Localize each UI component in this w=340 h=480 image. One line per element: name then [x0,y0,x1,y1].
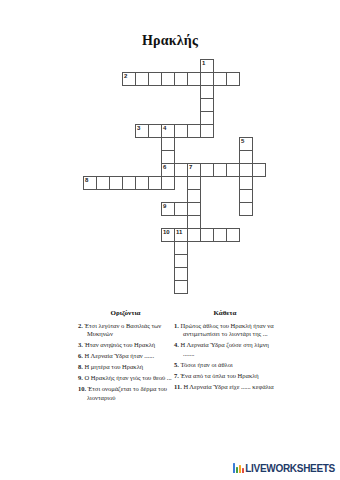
crossword-cell[interactable] [187,215,201,229]
clue-1: 1. Πρώτος άθλος του Ηρακλή ήταν να αντιμ… [174,322,276,339]
across-clue-list: 2. Έτσι λεγόταν ο Βασιλιάς των Μυκηνών3.… [78,322,173,403]
down-clues-section: Κάθετα 1. Πρώτος άθλος του Ηρακλή ήταν ν… [174,309,276,394]
crossword-cell[interactable] [96,176,110,190]
crossword-cell[interactable] [174,254,188,268]
clue-4: 4. Η Λερναία Ύδρα ζούσε στη λίμνη ......… [174,341,276,358]
cell-clue-number: 11 [176,229,182,236]
crossword-cell[interactable] [122,176,136,190]
crossword-cell[interactable] [187,124,201,138]
crossword-cell[interactable] [174,163,188,177]
crossword-cell[interactable]: 11 [174,228,188,242]
crossword-cell[interactable]: 6 [161,163,175,177]
cell-clue-number: 2 [124,73,127,80]
down-heading: Κάθετα [174,309,276,318]
crossword-cell[interactable]: 3 [135,124,149,138]
crossword-cell[interactable] [161,137,175,151]
crossword-cell[interactable] [200,163,214,177]
clue-number: 10. [78,385,88,392]
clue-2: 2. Έτσι λεγόταν ο Βασιλιάς των Μυκηνών [78,322,173,339]
crossword-cell[interactable] [174,124,188,138]
clue-10: 10. Έτσι ονομάζεται το δέρμα του λιονταρ… [78,385,173,402]
clue-number: 2. [78,322,85,329]
clue-8: 8. Η μητέρα του Ηρακλή [78,363,173,372]
crossword-cell[interactable] [174,72,188,86]
clue-number: 8. [78,363,85,370]
clue-11: 11. Η Λερναία Ύδρα είχε ...... κεφάλια [174,383,276,392]
cell-clue-number: 7 [189,164,192,171]
crossword-cell[interactable] [200,111,214,125]
crossword-grid: 1234567891011 [83,59,267,295]
clue-7: 7. Ένα από τα όπλα του Ηρακλή [174,372,276,381]
cell-clue-number: 1 [202,60,205,67]
crossword-cell[interactable] [252,163,266,177]
crossword-cell[interactable] [213,163,227,177]
clue-6: 6. Η Λερναία Ύδρα ήταν ...... [78,352,173,361]
clue-9: 9. Ο Ηρακλής ήταν γιός του θεού ... [78,374,173,383]
crossword-cell[interactable]: 2 [122,72,136,86]
across-heading: Οριζόντια [78,309,173,318]
crossword-cell[interactable] [187,189,201,203]
crossword-cell[interactable] [200,98,214,112]
crossword-cell[interactable] [239,176,253,190]
crossword-cell[interactable] [187,202,201,216]
clue-5: 5. Τόσοι ήταν οι άθλοι [174,361,276,370]
clue-number: 9. [78,374,85,381]
puzzle-title: Ηρακλής [0,33,340,49]
liveworksheets-logo[interactable]: LIVEWORKSHEETS [233,461,335,475]
clue-number: 7. [174,372,181,379]
crossword-cell[interactable] [135,72,149,86]
clue-number: 1. [174,322,181,329]
clue-number: 3. [78,341,85,348]
clue-3: 3. Ήταν ανηψιός του Ηρακλή [78,341,173,350]
crossword-cell[interactable] [161,150,175,164]
crossword-cell[interactable]: 9 [161,202,175,216]
crossword-cell[interactable] [213,72,227,86]
cell-clue-number: 4 [163,125,166,132]
crossword-cell[interactable]: 10 [161,228,175,242]
clue-number: 6. [78,352,85,359]
crossword-cell[interactable] [200,124,214,138]
brand-name: LIVEWORKSHEETS [245,463,335,474]
crossword-cell[interactable] [226,72,240,86]
crossword-cell[interactable] [200,85,214,99]
crossword-cell[interactable] [239,150,253,164]
cell-clue-number: 3 [137,125,140,132]
crossword-cell[interactable]: 8 [83,176,97,190]
crossword-cell[interactable] [161,72,175,86]
crossword-cell[interactable] [135,176,149,190]
crossword-cell[interactable] [148,124,162,138]
crossword-cell[interactable] [109,176,123,190]
crossword-cell[interactable]: 4 [161,124,175,138]
cell-clue-number: 5 [241,138,244,145]
crossword-cell[interactable] [187,72,201,86]
crossword-cell[interactable] [148,176,162,190]
cell-clue-number: 9 [163,203,166,210]
crossword-cell[interactable] [226,163,240,177]
crossword-cell[interactable] [239,163,253,177]
clue-number: 5. [174,361,181,368]
crossword-cell[interactable] [174,241,188,255]
crossword-cell[interactable]: 1 [200,59,214,73]
crossword-cell[interactable]: 5 [239,137,253,151]
crossword-cell[interactable] [226,228,240,242]
crossword-cell[interactable] [187,228,201,242]
crossword-cell[interactable] [213,228,227,242]
down-clue-list: 1. Πρώτος άθλος του Ηρακλή ήταν να αντιμ… [174,322,276,392]
crossword-cell[interactable]: 7 [187,163,201,177]
across-clues-section: Οριζόντια 2. Έτσι λεγόταν ο Βασιλιάς των… [78,309,173,405]
clue-number: 4. [174,341,181,348]
crossword-cell[interactable] [200,228,214,242]
cell-clue-number: 10 [163,229,170,236]
cell-clue-number: 6 [163,164,166,171]
crossword-cell[interactable] [161,176,175,190]
crossword-cell[interactable] [187,176,201,190]
crossword-cell[interactable] [148,72,162,86]
crossword-cell[interactable] [239,189,253,203]
cell-clue-number: 8 [85,177,88,184]
crossword-cell[interactable] [174,280,188,294]
crossword-cell[interactable] [174,202,188,216]
clue-number: 11. [174,383,183,390]
crossword-cell[interactable] [200,72,214,86]
crossword-cell[interactable] [239,202,253,216]
crossword-cell[interactable] [174,267,188,281]
bar-chart-icon [233,463,243,473]
